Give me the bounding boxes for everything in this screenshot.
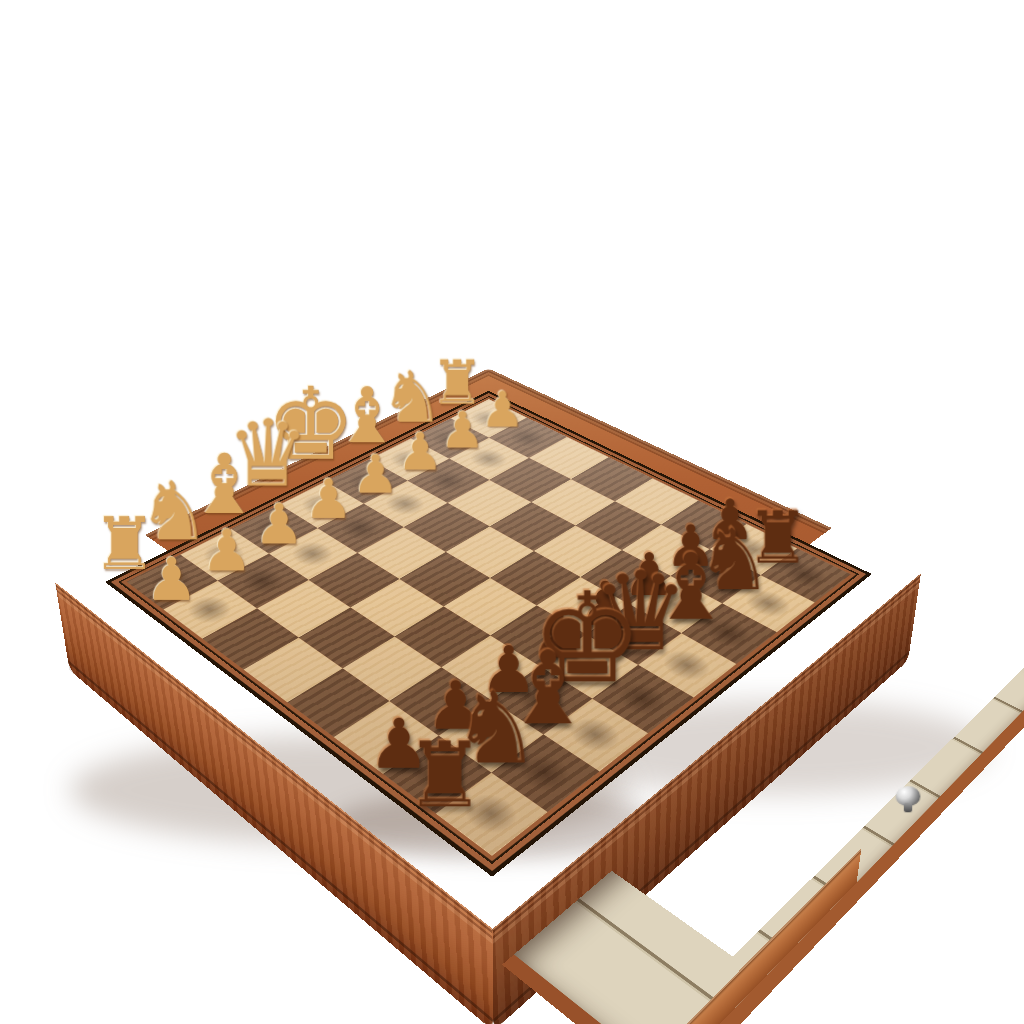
piece-white-pawn: ♟	[304, 472, 353, 526]
piece-black-rook: ♜	[405, 731, 485, 821]
piece-white-pawn: ♟	[440, 405, 485, 455]
piece-white-pawn: ♟	[254, 496, 304, 552]
drawer-knob	[896, 786, 921, 813]
piece-white-pawn: ♟	[397, 426, 443, 478]
piece-white-pawn: ♟	[481, 385, 525, 434]
square-f8: ♝	[681, 603, 776, 664]
piece-white-pawn: ♟	[201, 522, 253, 580]
piece-white-pawn: ♟	[352, 448, 400, 501]
knob-cap	[896, 786, 921, 806]
knob-stem	[904, 802, 912, 811]
product-photo-scene: ♜♟♟♜♞♟♟♞♝♟♟♝♚♟♟♛♛♟♟♚♝♟♟♝♞♟♟♞♜♟♟♜	[0, 0, 1024, 1024]
perspective-camera: ♜♟♟♜♞♟♟♞♝♟♟♝♚♟♟♛♛♟♟♚♝♟♟♝♞♟♟♞♜♟♟♜	[0, 0, 1024, 1024]
piece-white-pawn: ♟	[145, 550, 198, 609]
